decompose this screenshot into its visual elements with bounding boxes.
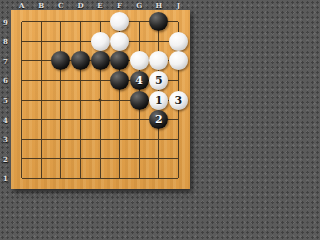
column-label: G xyxy=(136,2,142,9)
stone xyxy=(130,91,149,110)
stone xyxy=(169,51,188,70)
goban[interactable]: 45132 xyxy=(11,10,190,189)
grid-line xyxy=(22,139,179,140)
numbered-stone: 1 xyxy=(149,91,168,110)
numbered-stone: 4 xyxy=(130,71,149,90)
stone xyxy=(149,12,168,31)
row-label: 9 xyxy=(3,18,8,25)
numbered-stone: 3 xyxy=(169,91,188,110)
column-label: D xyxy=(77,2,83,9)
row-label: 7 xyxy=(3,57,8,64)
column-label: H xyxy=(155,2,162,9)
stone xyxy=(110,51,129,70)
stone xyxy=(110,71,129,90)
column-label: F xyxy=(117,2,122,9)
go-diagram: ABCDEFGHJ 987654321 45132 xyxy=(0,0,200,200)
column-label: B xyxy=(38,2,44,9)
stone xyxy=(149,51,168,70)
stone xyxy=(91,51,110,70)
stone xyxy=(110,12,129,31)
numbered-stone: 5 xyxy=(149,71,168,90)
row-label: 4 xyxy=(3,116,8,123)
stone xyxy=(110,32,129,51)
row-label: 6 xyxy=(3,77,8,84)
grid-line xyxy=(22,158,179,159)
row-label: 2 xyxy=(3,155,8,162)
column-label: J xyxy=(177,2,180,9)
column-label: A xyxy=(19,2,24,9)
stone xyxy=(71,51,90,70)
row-label: 3 xyxy=(3,136,8,143)
star-point xyxy=(99,99,102,102)
stone xyxy=(130,51,149,70)
stone xyxy=(51,51,70,70)
row-label: 5 xyxy=(3,97,8,104)
stone xyxy=(91,32,110,51)
row-label: 1 xyxy=(3,175,8,182)
column-label: E xyxy=(97,2,102,9)
column-label: C xyxy=(58,2,64,9)
grid-line xyxy=(22,178,179,179)
stone xyxy=(169,32,188,51)
numbered-stone: 2 xyxy=(149,110,168,129)
row-label: 8 xyxy=(3,38,8,45)
